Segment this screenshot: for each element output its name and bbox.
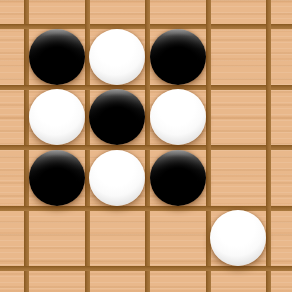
board-cell[interactable] — [211, 150, 267, 206]
grid-line-horizontal — [0, 266, 292, 271]
board-cell[interactable] — [150, 211, 206, 267]
white-stone — [29, 89, 85, 145]
board-cell[interactable] — [29, 211, 85, 267]
black-stone — [29, 150, 85, 206]
game-board — [0, 0, 292, 292]
white-stone — [150, 89, 206, 145]
board-cell[interactable] — [90, 211, 146, 267]
white-stone — [89, 150, 145, 206]
board-cell[interactable] — [211, 29, 267, 85]
black-stone — [150, 29, 206, 85]
board-cell[interactable] — [211, 90, 267, 146]
black-stone — [150, 150, 206, 206]
black-stone — [29, 29, 85, 85]
white-stone — [89, 29, 145, 85]
grid-line-vertical — [266, 0, 271, 292]
